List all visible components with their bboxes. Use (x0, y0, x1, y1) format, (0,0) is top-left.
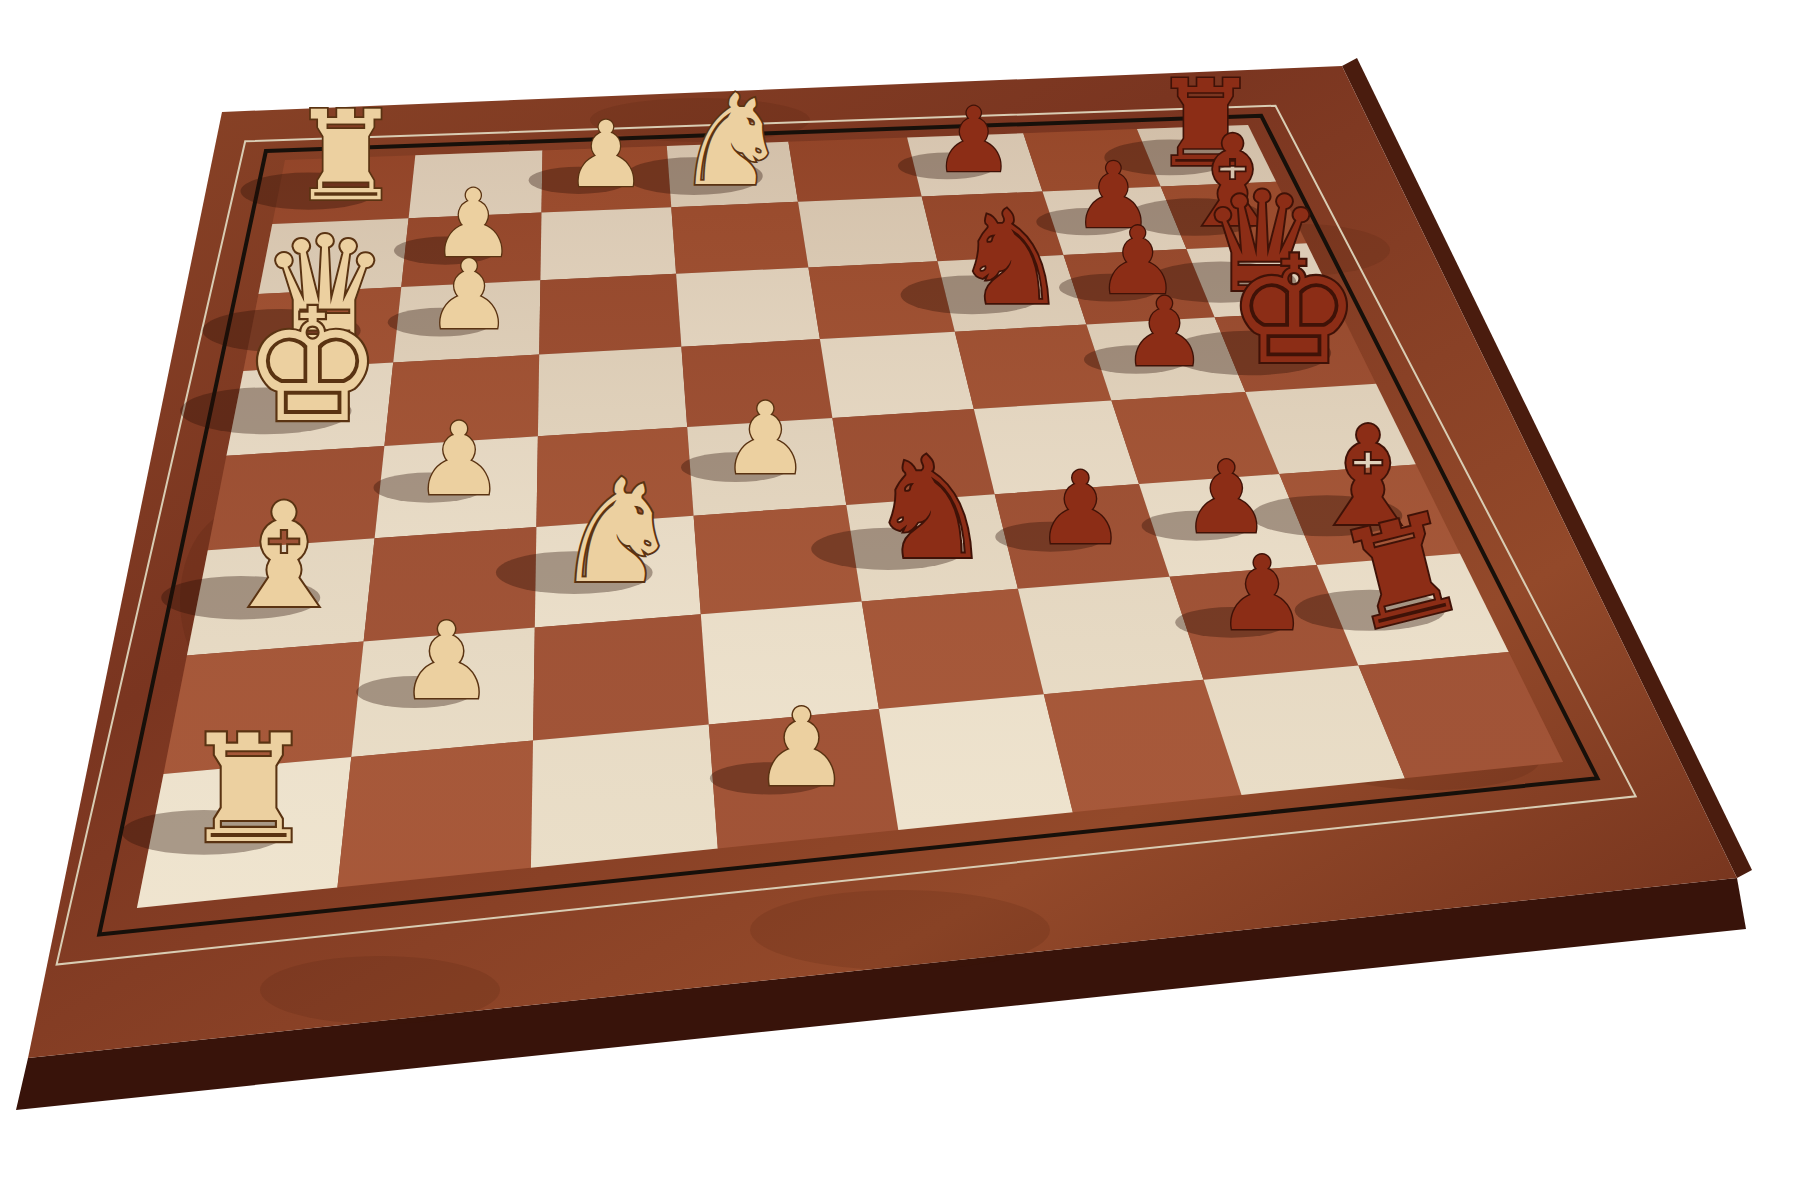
piece-white-pawn-e2[interactable]: ♟ (414, 401, 504, 518)
piece-white-knight-a4[interactable]: ♞ (675, 68, 788, 214)
piece-black-knight-f5[interactable]: ♞ (868, 427, 994, 590)
piece-black-king-d8[interactable]: ♚ (1227, 224, 1360, 397)
piece-black-pawn-f6[interactable]: ♟ (1036, 450, 1126, 567)
chess-photo-scene: { "game": "chess", "scene": { "width": 1… (0, 0, 1800, 1200)
piece-white-bishop-f1[interactable]: ♝ (219, 472, 349, 640)
piece-white-pawn-g2[interactable]: ♟ (399, 599, 494, 723)
piece-white-king-d1[interactable]: ♚ (243, 275, 383, 457)
frame-burl-figure (750, 890, 1050, 970)
piece-white-pawn-a3[interactable]: ♟ (565, 102, 646, 207)
piece-white-pawn-e4[interactable]: ♟ (721, 381, 810, 496)
piece-black-pawn-d7[interactable]: ♟ (1122, 277, 1207, 387)
piece-black-pawn-g7[interactable]: ♟ (1216, 534, 1308, 653)
piece-white-rook-h1[interactable]: ♜ (182, 703, 315, 876)
piece-white-pawn-h4[interactable]: ♟ (753, 685, 850, 810)
piece-white-knight-f3[interactable]: ♞ (553, 449, 681, 615)
chessboard-photo: ♜♟♞♟♜♝♟♟♛♟♞♟♛♚♟♚♟♟♝♟♟♞♞♝♜♟♟♟♜ (0, 0, 1800, 1200)
frame-burl-figure (260, 956, 500, 1024)
piece-white-pawn-c2[interactable]: ♟ (426, 239, 512, 351)
piece-black-knight-c6[interactable]: ♞ (953, 183, 1069, 334)
piece-black-pawn-a6[interactable]: ♟ (934, 88, 1014, 192)
